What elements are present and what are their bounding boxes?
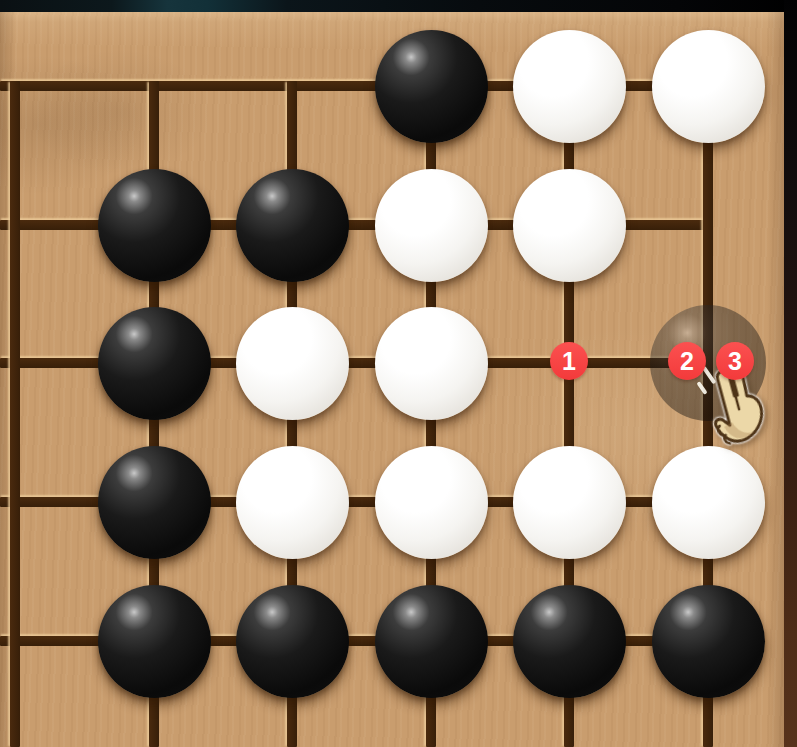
white-stone <box>652 30 765 143</box>
black-stone <box>652 585 765 698</box>
white-stone <box>236 307 349 420</box>
move-marker-3: 3 <box>716 342 754 380</box>
white-stone <box>375 169 488 282</box>
move-marker-2: 2 <box>668 342 706 380</box>
black-stone <box>98 585 211 698</box>
black-stone <box>98 169 211 282</box>
move-marker-1: 1 <box>550 342 588 380</box>
black-stone <box>236 585 349 698</box>
go-app-stage: 123 <box>0 0 797 747</box>
white-stone <box>513 446 626 559</box>
go-board[interactable]: 123 <box>0 0 797 747</box>
right-background-strip <box>784 0 797 747</box>
grid-line-v-1 <box>10 81 20 747</box>
white-stone <box>513 30 626 143</box>
black-stone <box>375 30 488 143</box>
black-stone <box>98 307 211 420</box>
white-stone <box>513 169 626 282</box>
top-background-strip <box>0 0 797 12</box>
black-stone <box>513 585 626 698</box>
white-stone <box>652 446 765 559</box>
white-stone <box>375 307 488 420</box>
black-stone <box>98 446 211 559</box>
black-stone <box>236 169 349 282</box>
black-stone <box>375 585 488 698</box>
white-stone <box>375 446 488 559</box>
white-stone <box>236 446 349 559</box>
